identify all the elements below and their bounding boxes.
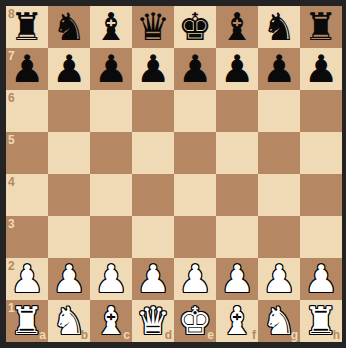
square-e3[interactable]: [174, 216, 216, 258]
square-c2[interactable]: ♟: [90, 258, 132, 300]
square-f5[interactable]: [216, 132, 258, 174]
black-pawn-icon[interactable]: ♟: [52, 48, 86, 90]
black-bishop-icon[interactable]: ♝: [94, 6, 128, 48]
square-d4[interactable]: [132, 174, 174, 216]
square-d3[interactable]: [132, 216, 174, 258]
square-f7[interactable]: ♟: [216, 48, 258, 90]
square-f1[interactable]: f♝: [216, 300, 258, 342]
square-f6[interactable]: [216, 90, 258, 132]
square-f4[interactable]: [216, 174, 258, 216]
black-knight-icon[interactable]: ♞: [262, 6, 296, 48]
square-d6[interactable]: [132, 90, 174, 132]
black-pawn-icon[interactable]: ♟: [220, 48, 254, 90]
square-a3[interactable]: 3: [6, 216, 48, 258]
square-g4[interactable]: [258, 174, 300, 216]
square-g2[interactable]: ♟: [258, 258, 300, 300]
square-h3[interactable]: [300, 216, 342, 258]
square-g8[interactable]: ♞: [258, 6, 300, 48]
black-pawn-icon[interactable]: ♟: [262, 48, 296, 90]
white-pawn-icon[interactable]: ♟: [178, 258, 212, 300]
square-b1[interactable]: b♞: [48, 300, 90, 342]
white-king-icon[interactable]: ♚: [178, 300, 212, 342]
square-b7[interactable]: ♟: [48, 48, 90, 90]
square-a7[interactable]: 7♟: [6, 48, 48, 90]
square-f8[interactable]: ♝: [216, 6, 258, 48]
square-f2[interactable]: ♟: [216, 258, 258, 300]
black-pawn-icon[interactable]: ♟: [94, 48, 128, 90]
black-pawn-icon[interactable]: ♟: [178, 48, 212, 90]
square-g6[interactable]: [258, 90, 300, 132]
square-h7[interactable]: ♟: [300, 48, 342, 90]
square-e7[interactable]: ♟: [174, 48, 216, 90]
square-c4[interactable]: [90, 174, 132, 216]
square-c7[interactable]: ♟: [90, 48, 132, 90]
white-pawn-icon[interactable]: ♟: [304, 258, 338, 300]
square-b2[interactable]: ♟: [48, 258, 90, 300]
black-pawn-icon[interactable]: ♟: [136, 48, 170, 90]
white-pawn-icon[interactable]: ♟: [10, 258, 44, 300]
square-e1[interactable]: e♚: [174, 300, 216, 342]
white-pawn-icon[interactable]: ♟: [94, 258, 128, 300]
white-bishop-icon[interactable]: ♝: [220, 300, 254, 342]
rank-label-5: 5: [8, 134, 15, 146]
white-rook-icon[interactable]: ♜: [304, 300, 338, 342]
square-e6[interactable]: [174, 90, 216, 132]
square-a1[interactable]: 1a♜: [6, 300, 48, 342]
square-e4[interactable]: [174, 174, 216, 216]
square-f3[interactable]: [216, 216, 258, 258]
square-a4[interactable]: 4: [6, 174, 48, 216]
square-b5[interactable]: [48, 132, 90, 174]
rank-label-3: 3: [8, 218, 15, 230]
square-h8[interactable]: ♜: [300, 6, 342, 48]
black-pawn-icon[interactable]: ♟: [10, 48, 44, 90]
square-b8[interactable]: ♞: [48, 6, 90, 48]
square-d5[interactable]: [132, 132, 174, 174]
black-queen-icon[interactable]: ♛: [136, 6, 170, 48]
white-pawn-icon[interactable]: ♟: [52, 258, 86, 300]
square-c1[interactable]: c♝: [90, 300, 132, 342]
square-a8[interactable]: 8♜: [6, 6, 48, 48]
white-pawn-icon[interactable]: ♟: [136, 258, 170, 300]
board-frame: 8♜♞♝♛♚♝♞♜7♟♟♟♟♟♟♟♟65432♟♟♟♟♟♟♟♟1a♜b♞c♝d♛…: [0, 0, 346, 348]
square-h1[interactable]: h♜: [300, 300, 342, 342]
square-h2[interactable]: ♟: [300, 258, 342, 300]
square-c8[interactable]: ♝: [90, 6, 132, 48]
square-d2[interactable]: ♟: [132, 258, 174, 300]
square-a2[interactable]: 2♟: [6, 258, 48, 300]
square-h4[interactable]: [300, 174, 342, 216]
black-rook-icon[interactable]: ♜: [304, 6, 338, 48]
rank-label-6: 6: [8, 92, 15, 104]
square-d8[interactable]: ♛: [132, 6, 174, 48]
square-c6[interactable]: [90, 90, 132, 132]
square-h6[interactable]: [300, 90, 342, 132]
square-b4[interactable]: [48, 174, 90, 216]
square-e5[interactable]: [174, 132, 216, 174]
chess-board: 8♜♞♝♛♚♝♞♜7♟♟♟♟♟♟♟♟65432♟♟♟♟♟♟♟♟1a♜b♞c♝d♛…: [6, 6, 342, 342]
square-g3[interactable]: [258, 216, 300, 258]
square-b6[interactable]: [48, 90, 90, 132]
square-d7[interactable]: ♟: [132, 48, 174, 90]
square-a6[interactable]: 6: [6, 90, 48, 132]
black-rook-icon[interactable]: ♜: [10, 6, 44, 48]
white-queen-icon[interactable]: ♛: [136, 300, 170, 342]
square-d1[interactable]: d♛: [132, 300, 174, 342]
black-bishop-icon[interactable]: ♝: [220, 6, 254, 48]
square-g5[interactable]: [258, 132, 300, 174]
black-pawn-icon[interactable]: ♟: [304, 48, 338, 90]
white-pawn-icon[interactable]: ♟: [262, 258, 296, 300]
square-g1[interactable]: g♞: [258, 300, 300, 342]
square-e2[interactable]: ♟: [174, 258, 216, 300]
white-knight-icon[interactable]: ♞: [262, 300, 296, 342]
white-rook-icon[interactable]: ♜: [10, 300, 44, 342]
white-pawn-icon[interactable]: ♟: [220, 258, 254, 300]
rank-label-4: 4: [8, 176, 15, 188]
square-c3[interactable]: [90, 216, 132, 258]
square-e8[interactable]: ♚: [174, 6, 216, 48]
square-a5[interactable]: 5: [6, 132, 48, 174]
square-h5[interactable]: [300, 132, 342, 174]
square-g7[interactable]: ♟: [258, 48, 300, 90]
white-bishop-icon[interactable]: ♝: [94, 300, 128, 342]
square-c5[interactable]: [90, 132, 132, 174]
square-b3[interactable]: [48, 216, 90, 258]
black-king-icon[interactable]: ♚: [178, 6, 212, 48]
white-knight-icon[interactable]: ♞: [52, 300, 86, 342]
black-knight-icon[interactable]: ♞: [52, 6, 86, 48]
